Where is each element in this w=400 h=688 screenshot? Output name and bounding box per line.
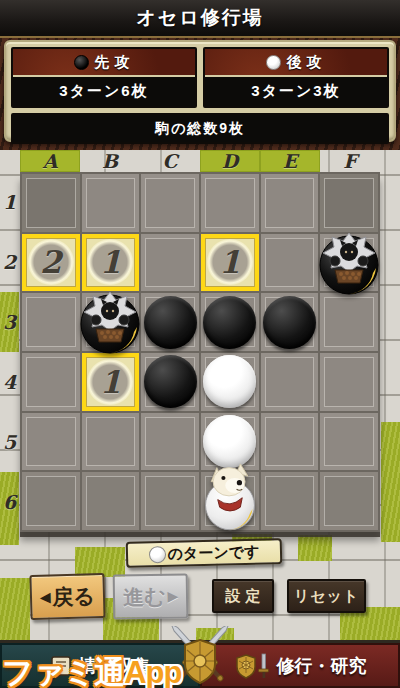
- black-disc: [203, 296, 256, 349]
- board-cell-A1[interactable]: [22, 174, 80, 232]
- grass-patch: [298, 535, 332, 561]
- board-cell-F6[interactable]: [320, 472, 378, 530]
- nav-training-label: 修行・研究: [277, 654, 367, 678]
- board-cell-B5[interactable]: [82, 413, 140, 471]
- back-button[interactable]: ◀ 戻る: [29, 573, 105, 620]
- black-character-piece: [315, 228, 383, 296]
- white-disc-icon: [266, 55, 281, 70]
- black-player-panel: 先攻 3ターン6枚: [11, 47, 197, 108]
- black-cat-piece-icon: [315, 228, 383, 296]
- board-cell-E4[interactable]: [261, 353, 319, 411]
- board-cell-E5[interactable]: [261, 413, 319, 471]
- black-disc: [144, 296, 197, 349]
- board-cell-D6[interactable]: [201, 472, 259, 530]
- board-cell-C2[interactable]: [141, 234, 199, 292]
- board-cell-C3[interactable]: [141, 293, 199, 351]
- row-label-1: 1: [3, 191, 16, 213]
- board-cell-C1[interactable]: [141, 174, 199, 232]
- column-label-E: E: [283, 150, 297, 172]
- column-label-F: F: [343, 150, 357, 172]
- black-disc-icon: [74, 55, 89, 70]
- board-cell-D1[interactable]: [201, 174, 259, 232]
- board-cell-D3[interactable]: [201, 293, 259, 351]
- board-cell-E3[interactable]: [261, 293, 319, 351]
- reset-button-label: リセット: [294, 587, 359, 606]
- column-label-D: D: [222, 150, 238, 172]
- column-label-B: B: [102, 150, 118, 172]
- flip-count-label: 1: [219, 244, 241, 280]
- white-player-label: 後攻: [287, 53, 327, 72]
- watermark-famitsu: ファミ通: [2, 655, 124, 688]
- board-cell-B3[interactable]: [82, 293, 140, 351]
- board-cell-C4[interactable]: [141, 353, 199, 411]
- othello-board: 2111: [20, 172, 380, 532]
- forward-button[interactable]: 進む ▶: [113, 573, 189, 619]
- black-disc: [263, 296, 316, 349]
- board-cell-D4[interactable]: [201, 353, 259, 411]
- black-character-piece: [76, 287, 144, 355]
- board-cell-E2[interactable]: [261, 234, 319, 292]
- famitsu-app-watermark: ファミ通App: [2, 657, 181, 688]
- turn-banner: のターンです: [126, 538, 283, 568]
- othello-training-screen: オセロ修行場 先攻 3ターン6枚 後攻 3ターン3枚 駒の総数9枚: [0, 0, 400, 688]
- flip-count-label: 1: [100, 244, 122, 280]
- watermark-app: App: [124, 655, 181, 688]
- board-cell-C5[interactable]: [141, 413, 199, 471]
- back-arrow-icon: ◀: [40, 589, 50, 604]
- black-cat-piece-icon: [76, 287, 144, 355]
- board-cell-C6[interactable]: [141, 472, 199, 530]
- settings-button[interactable]: 設定: [212, 579, 274, 613]
- row-label-6: 6: [3, 491, 16, 513]
- white-character-piece: [198, 456, 262, 532]
- page-title: オセロ修行場: [136, 5, 263, 31]
- row-label-5: 5: [3, 431, 16, 453]
- board-cell-A3[interactable]: [22, 293, 80, 351]
- info-panel: 先攻 3ターン6枚 後攻 3ターン3枚 駒の総数9枚: [4, 40, 396, 142]
- white-player-panel: 後攻 3ターン3枚: [203, 47, 389, 108]
- column-tile-D: D: [200, 150, 260, 172]
- board-cell-F4[interactable]: [320, 353, 378, 411]
- board-cell-F3[interactable]: [320, 293, 378, 351]
- turn-banner-text: のターンです: [167, 542, 259, 563]
- column-tile-A: A: [20, 150, 80, 172]
- board-cell-D2[interactable]: 1: [201, 234, 259, 292]
- black-player-stats: 3ターン6枚: [13, 77, 195, 106]
- board-cell-A4[interactable]: [22, 353, 80, 411]
- reset-button[interactable]: リセット: [287, 579, 366, 613]
- grass-patch: [0, 578, 30, 640]
- board-cell-A5[interactable]: [22, 413, 80, 471]
- white-dog-piece-icon: [198, 456, 262, 532]
- white-disc-icon: [148, 545, 165, 562]
- row-labels: 1 2 3 4 5 6: [0, 172, 19, 532]
- forward-arrow-icon: ▶: [168, 589, 178, 604]
- board-cell-B2[interactable]: 1: [82, 234, 140, 292]
- white-player-stats: 3ターン3枚: [205, 77, 387, 106]
- back-button-label: 戻る: [52, 582, 95, 611]
- white-disc: [203, 355, 256, 408]
- flip-count-label: 1: [100, 364, 122, 400]
- row-label-3: 3: [3, 311, 16, 333]
- board-cell-B6[interactable]: [82, 472, 140, 530]
- board-cell-A2[interactable]: 2: [22, 234, 80, 292]
- board-cell-E1[interactable]: [261, 174, 319, 232]
- row-label-2: 2: [3, 251, 16, 273]
- row-label-4: 4: [3, 371, 16, 393]
- column-labels: A B C D E F: [20, 150, 380, 172]
- total-pieces-label: 駒の総数9枚: [11, 113, 389, 144]
- settings-button-label: 設定: [226, 587, 266, 606]
- board-cell-F2[interactable]: [320, 234, 378, 292]
- board-cell-E6[interactable]: [261, 472, 319, 530]
- black-player-label: 先攻: [95, 53, 135, 72]
- grass-patch: [381, 422, 400, 542]
- board-cell-A6[interactable]: [22, 472, 80, 530]
- column-tile-E: E: [260, 150, 320, 172]
- board-cell-B1[interactable]: [82, 174, 140, 232]
- board-cell-F5[interactable]: [320, 413, 378, 471]
- column-tile-F: F: [320, 150, 380, 172]
- column-label-A: A: [43, 150, 58, 172]
- black-disc: [144, 355, 197, 408]
- title-bar: オセロ修行場: [0, 0, 400, 38]
- flip-count-label: 2: [40, 244, 62, 280]
- board-cell-B4[interactable]: 1: [82, 353, 140, 411]
- board-cell-F1[interactable]: [320, 174, 378, 232]
- column-tile-C: C: [140, 150, 200, 172]
- column-label-C: C: [162, 150, 177, 172]
- column-tile-B: B: [80, 150, 140, 172]
- forward-button-label: 進む: [123, 582, 166, 611]
